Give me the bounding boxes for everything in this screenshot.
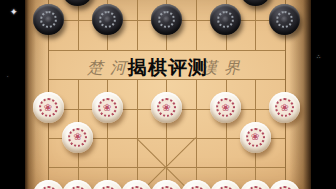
dotted-ring-icon [40, 11, 57, 28]
piece-black-hidden-r3c2[interactable] [92, 4, 123, 35]
piece-back-center-icon: ❀ [221, 103, 229, 113]
piece-back-center-icon: ❀ [44, 103, 52, 113]
piece-back-center-icon: ❀ [281, 103, 289, 113]
grid-line-file-3-top [137, 0, 138, 50]
grid-line-row-4 [48, 50, 285, 51]
sparkle-icon-0: ✦ [10, 7, 18, 17]
flower-rosette-icon: ❀ [157, 98, 176, 117]
piece-black-hidden-r3c6[interactable] [210, 4, 241, 35]
piece-back-center-icon: ❀ [73, 132, 81, 142]
flower-rosette-icon: ❀ [216, 186, 235, 189]
flower-rosette-icon: ❀ [216, 98, 235, 117]
flower-rosette-icon: ❀ [275, 186, 294, 189]
flower-rosette-icon: ❀ [39, 186, 58, 189]
flower-rosette-icon: ❀ [275, 98, 294, 117]
piece-black-hidden-r3c8[interactable] [269, 4, 300, 35]
piece-back-center-icon: ❀ [251, 132, 259, 142]
piece-red-hidden-r6c2[interactable]: ❀ [92, 92, 123, 123]
flower-rosette-icon: ❀ [246, 128, 265, 147]
piece-back-center-icon [222, 16, 229, 23]
flower-rosette-icon: ❀ [246, 186, 265, 189]
grid-line-file-1-top [78, 0, 79, 50]
piece-back-center-icon [281, 16, 288, 23]
flower-rosette-icon: ❀ [39, 98, 58, 117]
sparkle-icon-2: ⸫ [317, 53, 320, 60]
piece-red-hidden-r6c6[interactable]: ❀ [210, 92, 241, 123]
piece-back-center-icon [163, 16, 170, 23]
piece-red-hidden-r6c0[interactable]: ❀ [33, 92, 64, 123]
piece-back-center-icon: ❀ [103, 103, 111, 113]
flower-rosette-icon: ❀ [127, 186, 146, 189]
dotted-ring-icon [99, 11, 116, 28]
piece-red-hidden-r7c1[interactable]: ❀ [62, 122, 93, 153]
flower-rosette-icon: ❀ [68, 186, 87, 189]
dotted-ring-icon [217, 11, 234, 28]
piece-black-hidden-r3c4[interactable] [151, 4, 182, 35]
piece-red-hidden-r6c4[interactable]: ❀ [151, 92, 182, 123]
dotted-ring-icon [276, 11, 293, 28]
flower-rosette-icon: ❀ [98, 186, 117, 189]
flower-rosette-icon: ❀ [157, 186, 176, 189]
overlay-title: 揭棋评测 [0, 55, 336, 81]
flower-rosette-icon: ❀ [98, 98, 117, 117]
video-frame: 楚河 漢界 揭棋评测 ❀❀❀❀❀❀❀❀❀❀❀❀❀❀❀❀ ✦·⸫ [0, 0, 336, 189]
piece-back-center-icon [45, 16, 52, 23]
grid-line-file-5-top [196, 0, 197, 50]
piece-black-hidden-r3c0[interactable] [33, 4, 64, 35]
flower-rosette-icon: ❀ [68, 128, 87, 147]
piece-back-center-icon [104, 16, 111, 23]
grid-line-file-7-top [255, 0, 256, 50]
dotted-ring-icon [158, 11, 175, 28]
grid-line-file-5-bottom [196, 79, 197, 189]
piece-red-hidden-r7c7[interactable]: ❀ [240, 122, 271, 153]
flower-rosette-icon: ❀ [187, 186, 206, 189]
sparkle-icon-1: · [7, 74, 8, 79]
grid-line-file-3-bottom [137, 79, 138, 189]
piece-back-center-icon: ❀ [162, 103, 170, 113]
